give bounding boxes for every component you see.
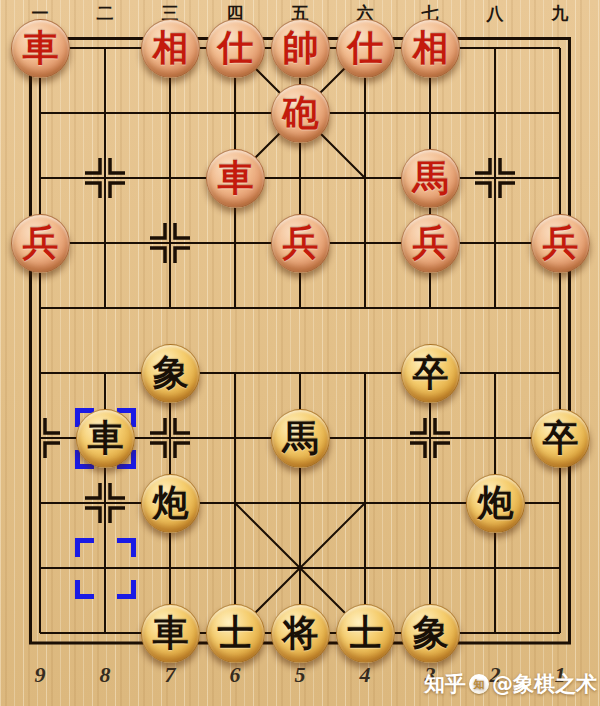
red-elephant[interactable]: 相	[401, 19, 460, 78]
piece-character: 車	[88, 420, 124, 456]
piece-character: 帥	[283, 30, 319, 66]
piece-character: 卒	[543, 420, 579, 456]
watermark-site: 知乎	[424, 670, 466, 698]
piece-character: 兵	[413, 225, 449, 261]
black-chariot[interactable]: 車	[141, 604, 200, 663]
piece-character: 炮	[478, 485, 514, 521]
black-elephant[interactable]: 象	[141, 344, 200, 403]
bracket-corner	[75, 580, 94, 599]
watermark: 知乎 知 @象棋之术	[424, 670, 597, 698]
red-general[interactable]: 帥	[271, 19, 330, 78]
red-chariot[interactable]: 車	[206, 149, 265, 208]
piece-character: 仕	[348, 30, 384, 66]
red-chariot[interactable]: 車	[11, 19, 70, 78]
piece-character: 兵	[543, 225, 579, 261]
red-soldier[interactable]: 兵	[531, 214, 590, 273]
black-advisor[interactable]: 士	[206, 604, 265, 663]
piece-character: 象	[153, 355, 189, 391]
piece-character: 馬	[413, 160, 449, 196]
xiangqi-screenshot: 一二三四五六七八九 987654321 車相仕帥仕相砲車馬兵兵兵兵象卒車馬卒炮炮…	[0, 0, 600, 706]
red-advisor[interactable]: 仕	[206, 19, 265, 78]
piece-character: 相	[153, 30, 189, 66]
piece-character: 砲	[283, 95, 319, 131]
black-elephant[interactable]: 象	[401, 604, 460, 663]
black-advisor[interactable]: 士	[336, 604, 395, 663]
watermark-handle: @象棋之术	[492, 670, 597, 698]
black-chariot[interactable]: 車	[76, 409, 135, 468]
last-move-from-marker	[75, 538, 136, 599]
red-soldier[interactable]: 兵	[401, 214, 460, 273]
piece-character: 将	[283, 615, 319, 651]
zhihu-logo-icon: 知	[469, 674, 489, 694]
piece-character: 炮	[153, 485, 189, 521]
piece-character: 卒	[413, 355, 449, 391]
black-soldier[interactable]: 卒	[531, 409, 590, 468]
black-horse[interactable]: 馬	[271, 409, 330, 468]
black-general[interactable]: 将	[271, 604, 330, 663]
piece-character: 士	[348, 615, 384, 651]
red-soldier[interactable]: 兵	[271, 214, 330, 273]
bracket-corner	[117, 538, 136, 557]
black-cannon[interactable]: 炮	[141, 474, 200, 533]
black-soldier[interactable]: 卒	[401, 344, 460, 403]
red-advisor[interactable]: 仕	[336, 19, 395, 78]
piece-character: 士	[218, 615, 254, 651]
bracket-corner	[75, 538, 94, 557]
piece-character: 車	[218, 160, 254, 196]
red-elephant[interactable]: 相	[141, 19, 200, 78]
piece-character: 車	[23, 30, 59, 66]
red-cannon[interactable]: 砲	[271, 84, 330, 143]
black-cannon[interactable]: 炮	[466, 474, 525, 533]
piece-character: 兵	[283, 225, 319, 261]
piece-character: 象	[413, 615, 449, 651]
piece-character: 仕	[218, 30, 254, 66]
board-grid[interactable]: 車相仕帥仕相砲車馬兵兵兵兵象卒車馬卒炮炮車士将士象	[8, 16, 593, 666]
piece-character: 車	[153, 615, 189, 651]
red-soldier[interactable]: 兵	[11, 214, 70, 273]
piece-character: 相	[413, 30, 449, 66]
red-horse[interactable]: 馬	[401, 149, 460, 208]
piece-character: 馬	[283, 420, 319, 456]
piece-character: 兵	[23, 225, 59, 261]
bracket-corner	[117, 580, 136, 599]
